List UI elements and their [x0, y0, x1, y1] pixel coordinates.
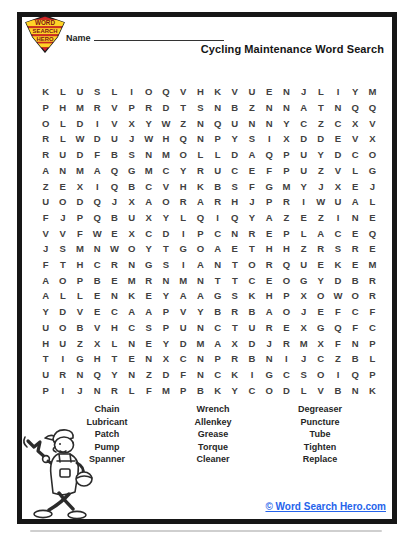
grid-cell-r18c12: R	[226, 351, 243, 367]
grid-cell-r9c15: Z	[278, 210, 295, 226]
grid-cell-r12c16: U	[295, 257, 312, 273]
word-list-item: Allenkey	[153, 416, 273, 429]
word-list-item: Chain	[47, 403, 167, 416]
grid-cell-r5c19: C	[347, 147, 364, 163]
grid-cell-r9c13: Y	[243, 210, 260, 226]
grid-cell-r16c20: C	[364, 319, 381, 335]
word-list-column-3: DegreaserPunctureTubeTightenReplace	[260, 403, 380, 466]
grid-cell-r13c1: A	[37, 272, 54, 288]
grid-cell-r13c17: Y	[312, 272, 329, 288]
grid-cell-r12c3: H	[71, 257, 88, 273]
grid-cell-r9c4: Q	[89, 210, 106, 226]
grid-cell-r13c2: O	[54, 272, 71, 288]
grid-cell-r12c11: N	[209, 257, 226, 273]
grid-cell-r1c3: U	[71, 84, 88, 100]
grid-cell-r13c16: G	[295, 272, 312, 288]
grid-cell-r14c15: P	[278, 288, 295, 304]
grid-cell-r10c5: E	[106, 225, 123, 241]
grid-cell-r16c14: R	[261, 319, 278, 335]
grid-cell-r6c5: Q	[106, 162, 123, 178]
grid-cell-r3c19: X	[347, 115, 364, 131]
grid-cell-r13c7: R	[140, 272, 157, 288]
grid-cell-r4c15: X	[278, 131, 295, 147]
grid-cell-r5c20: O	[364, 147, 381, 163]
grid-cell-r12c5: R	[106, 257, 123, 273]
grid-cell-r19c11: C	[209, 367, 226, 383]
grid-cell-r18c15: I	[278, 351, 295, 367]
grid-cell-r2c10: S	[192, 100, 209, 116]
grid-cell-r18c5: T	[106, 351, 123, 367]
grid-cell-r20c20: K	[364, 382, 381, 398]
grid-cell-r7c20: J	[364, 178, 381, 194]
grid-cell-r10c4: W	[89, 225, 106, 241]
grid-cell-r19c15: C	[278, 367, 295, 383]
grid-cell-r19c13: I	[243, 367, 260, 383]
grid-cell-r16c6: C	[123, 319, 140, 335]
grid-cell-r19c8: D	[157, 367, 174, 383]
grid-cell-r9c19: N	[347, 210, 364, 226]
grid-cell-r13c18: D	[329, 272, 346, 288]
grid-cell-r8c2: O	[54, 194, 71, 210]
grid-cell-r9c10: Q	[192, 210, 209, 226]
word-list-column-2: WrenchAllenkeyGreaseTorqueCleaner	[153, 403, 273, 466]
grid-cell-r17c8: Y	[157, 335, 174, 351]
grid-cell-r14c2: L	[54, 288, 71, 304]
grid-cell-r18c8: X	[157, 351, 174, 367]
grid-cell-r17c15: R	[278, 335, 295, 351]
grid-cell-r7c8: V	[157, 178, 174, 194]
grid-cell-r18c6: E	[123, 351, 140, 367]
grid-cell-r12c8: S	[157, 257, 174, 273]
grid-cell-r2c15: N	[278, 100, 295, 116]
grid-cell-r17c16: M	[295, 335, 312, 351]
grid-cell-r18c20: L	[364, 351, 381, 367]
grid-cell-r10c14: E	[261, 225, 278, 241]
word-list-item: Degreaser	[260, 403, 380, 416]
grid-cell-r2c12: B	[226, 100, 243, 116]
grid-cell-r18c3: G	[71, 351, 88, 367]
grid-cell-r17c1: H	[37, 335, 54, 351]
grid-cell-r5c13: A	[243, 147, 260, 163]
grid-cell-r1c9: V	[175, 84, 192, 100]
grid-cell-r20c9: P	[175, 382, 192, 398]
grid-cell-r8c13: J	[243, 194, 260, 210]
grid-cell-r15c15: O	[278, 304, 295, 320]
word-list-item: Tube	[260, 428, 380, 441]
grid-cell-r20c6: L	[123, 382, 140, 398]
grid-cell-r5c17: Y	[312, 147, 329, 163]
grid-cell-r13c15: O	[278, 272, 295, 288]
grid-cell-r17c17: X	[312, 335, 329, 351]
grid-cell-r13c13: C	[243, 272, 260, 288]
grid-cell-r20c12: Y	[226, 382, 243, 398]
word-search-hero-logo: WORD SEARCH HERO	[24, 15, 66, 53]
grid-cell-r6c8: C	[157, 162, 174, 178]
grid-cell-r15c7: A	[140, 304, 157, 320]
grid-cell-r4c6: J	[123, 131, 140, 147]
logo-text-word: WORD	[35, 19, 55, 26]
grid-cell-r6c3: M	[71, 162, 88, 178]
grid-cell-r20c14: O	[261, 382, 278, 398]
grid-cell-r7c3: X	[71, 178, 88, 194]
grid-cell-r5c18: D	[329, 147, 346, 163]
grid-cell-r3c5: V	[106, 115, 123, 131]
grid-cell-r3c1: O	[37, 115, 54, 131]
grid-cell-r13c10: N	[192, 272, 209, 288]
grid-cell-r14c13: K	[243, 288, 260, 304]
grid-cell-r17c2: U	[54, 335, 71, 351]
grid-cell-r19c7: Z	[140, 367, 157, 383]
grid-cell-r6c4: A	[89, 162, 106, 178]
grid-cell-r1c12: V	[226, 84, 243, 100]
grid-cell-r7c17: J	[312, 178, 329, 194]
grid-cell-r10c15: P	[278, 225, 295, 241]
grid-cell-r19c4: Q	[89, 367, 106, 383]
grid-cell-r1c18: I	[329, 84, 346, 100]
grid-cell-r9c7: X	[140, 210, 157, 226]
grid-cell-r3c4: I	[89, 115, 106, 131]
grid-cell-r15c5: C	[106, 304, 123, 320]
grid-cell-r10c6: X	[123, 225, 140, 241]
grid-cell-r5c4: F	[89, 147, 106, 163]
grid-cell-r8c17: W	[312, 194, 329, 210]
grid-cell-r4c16: D	[295, 131, 312, 147]
grid-cell-r17c13: D	[243, 335, 260, 351]
grid-cell-r17c9: D	[175, 335, 192, 351]
grid-cell-r14c16: X	[295, 288, 312, 304]
grid-cell-r15c16: J	[295, 304, 312, 320]
grid-cell-r14c3: L	[71, 288, 88, 304]
grid-cell-r8c16: I	[295, 194, 312, 210]
grid-cell-r15c9: V	[175, 304, 192, 320]
grid-cell-r17c4: X	[89, 335, 106, 351]
grid-cell-r10c9: I	[175, 225, 192, 241]
grid-cell-r14c14: H	[261, 288, 278, 304]
grid-cell-r14c4: E	[89, 288, 106, 304]
grid-cell-r16c2: O	[54, 319, 71, 335]
grid-cell-r14c10: A	[192, 288, 209, 304]
grid-cell-r11c18: S	[329, 241, 346, 257]
grid-cell-r10c1: V	[37, 225, 54, 241]
grid-cell-r2c9: T	[175, 100, 192, 116]
grid-cell-r14c12: S	[226, 288, 243, 304]
grid-cell-r18c2: I	[54, 351, 71, 367]
grid-cell-r1c5: L	[106, 84, 123, 100]
grid-cell-r3c2: L	[54, 115, 71, 131]
grid-cell-r2c16: A	[295, 100, 312, 116]
grid-cell-r18c18: Z	[329, 351, 346, 367]
grid-cell-r5c7: N	[140, 147, 157, 163]
word-list-item: Torque	[153, 441, 273, 454]
grid-cell-r20c10: B	[192, 382, 209, 398]
grid-cell-r8c19: A	[347, 194, 364, 210]
grid-cell-r10c16: L	[295, 225, 312, 241]
grid-cell-r4c4: D	[89, 131, 106, 147]
word-list-item: Cleaner	[153, 453, 273, 466]
grid-cell-r20c8: M	[157, 382, 174, 398]
grid-cell-r14c20: R	[364, 288, 381, 304]
grid-cell-r7c15: M	[278, 178, 295, 194]
grid-cell-r7c6: B	[123, 178, 140, 194]
grid-cell-r18c10: N	[192, 351, 209, 367]
grid-cell-r6c12: C	[226, 162, 243, 178]
grid-cell-r20c18: B	[329, 382, 346, 398]
grid-cell-r1c19: Y	[347, 84, 364, 100]
grid-cell-r11c5: W	[106, 241, 123, 257]
letter-grid: KLUSLIOQVHKVUENJLIYMPHMRVPRDTSNBZNNATNQQ…	[37, 84, 381, 398]
grid-cell-r5c6: S	[123, 147, 140, 163]
grid-cell-r15c10: Y	[192, 304, 209, 320]
grid-cell-r6c19: L	[347, 162, 364, 178]
grid-cell-r20c2: I	[54, 382, 71, 398]
grid-cell-r2c7: R	[140, 100, 157, 116]
grid-cell-r3c20: V	[364, 115, 381, 131]
logo-text-search: SEARCH	[33, 28, 58, 34]
grid-cell-r10c8: D	[157, 225, 174, 241]
grid-cell-r18c14: N	[261, 351, 278, 367]
grid-cell-r1c16: J	[295, 84, 312, 100]
grid-cell-r18c13: B	[243, 351, 260, 367]
grid-cell-r7c13: F	[243, 178, 260, 194]
grid-cell-r3c12: U	[226, 115, 243, 131]
grid-cell-r14c11: G	[209, 288, 226, 304]
grid-cell-r18c11: P	[209, 351, 226, 367]
grid-cell-r2c4: R	[89, 100, 106, 116]
grid-cell-r4c1: R	[37, 131, 54, 147]
grid-cell-r11c4: N	[89, 241, 106, 257]
grid-cell-r20c13: C	[243, 382, 260, 398]
grid-cell-r2c11: N	[209, 100, 226, 116]
grid-cell-r8c18: U	[329, 194, 346, 210]
grid-cell-r6c6: G	[123, 162, 140, 178]
grid-cell-r9c17: Z	[312, 210, 329, 226]
grid-cell-r19c2: R	[54, 367, 71, 383]
grid-cell-r6c10: R	[192, 162, 209, 178]
grid-cell-r1c4: S	[89, 84, 106, 100]
grid-cell-r19c10: N	[192, 367, 209, 383]
grid-cell-r1c14: E	[261, 84, 278, 100]
grid-cell-r1c6: I	[123, 84, 140, 100]
grid-cell-r11c8: T	[157, 241, 174, 257]
grid-cell-r3c18: C	[329, 115, 346, 131]
grid-cell-r13c20: R	[364, 272, 381, 288]
grid-cell-r13c6: M	[123, 272, 140, 288]
grid-cell-r9c14: A	[261, 210, 278, 226]
name-blank-line	[94, 31, 224, 41]
grid-cell-r12c12: T	[226, 257, 243, 273]
grid-cell-r8c5: J	[106, 194, 123, 210]
grid-cell-r18c1: T	[37, 351, 54, 367]
grid-cell-r20c19: N	[347, 382, 364, 398]
grid-cell-r15c17: E	[312, 304, 329, 320]
word-list-item: Wrench	[153, 403, 273, 416]
grid-cell-r19c1: U	[37, 367, 54, 383]
logo-text-hero: HERO	[37, 36, 54, 42]
mascot-mechanic-illustration	[19, 421, 107, 525]
grid-cell-r13c5: E	[106, 272, 123, 288]
grid-cell-r3c3: D	[71, 115, 88, 131]
grid-cell-r5c2: U	[54, 147, 71, 163]
grid-cell-r16c18: Q	[329, 319, 346, 335]
grid-cell-r6c1: A	[37, 162, 54, 178]
grid-cell-r19c17: O	[312, 367, 329, 383]
grid-cell-r19c5: Y	[106, 367, 123, 383]
word-list-item: Replace	[260, 453, 380, 466]
grid-cell-r4c10: N	[192, 131, 209, 147]
grid-cell-r11c7: Y	[140, 241, 157, 257]
grid-cell-r6c16: U	[295, 162, 312, 178]
grid-cell-r19c18: I	[329, 367, 346, 383]
grid-cell-r13c14: E	[261, 272, 278, 288]
word-list-item: Tighten	[260, 441, 380, 454]
grid-cell-r17c19: N	[347, 335, 364, 351]
grid-cell-r17c20: P	[364, 335, 381, 351]
grid-cell-r20c15: D	[278, 382, 295, 398]
grid-cell-r11c15: H	[278, 241, 295, 257]
grid-cell-r13c19: B	[347, 272, 364, 288]
grid-cell-r6c7: M	[140, 162, 157, 178]
grid-cell-r19c9: F	[175, 367, 192, 383]
copyright-link[interactable]: © Word Search Hero.com	[265, 501, 386, 512]
grid-cell-r3c11: Q	[209, 115, 226, 131]
grid-cell-r17c3: Z	[71, 335, 88, 351]
grid-cell-r5c14: Q	[261, 147, 278, 163]
grid-cell-r7c2: E	[54, 178, 71, 194]
grid-cell-r19c20: P	[364, 367, 381, 383]
grid-cell-r7c10: K	[192, 178, 209, 194]
grid-cell-r7c16: Y	[295, 178, 312, 194]
grid-cell-r11c20: E	[364, 241, 381, 257]
grid-cell-r3c8: W	[157, 115, 174, 131]
grid-cell-r14c8: Y	[157, 288, 174, 304]
grid-cell-r16c7: S	[140, 319, 157, 335]
grid-cell-r9c3: P	[71, 210, 88, 226]
grid-cell-r7c14: G	[261, 178, 278, 194]
grid-cell-r10c7: C	[140, 225, 157, 241]
grid-cell-r9c1: F	[37, 210, 54, 226]
grid-cell-r2c20: Q	[364, 100, 381, 116]
grid-cell-r1c7: O	[140, 84, 157, 100]
grid-cell-r4c18: E	[329, 131, 346, 147]
grid-cell-r19c6: N	[123, 367, 140, 383]
grid-cell-r12c19: E	[347, 257, 364, 273]
page-shadow-line	[30, 530, 382, 532]
grid-cell-r11c12: E	[226, 241, 243, 257]
grid-cell-r17c10: M	[192, 335, 209, 351]
name-field-row: Name	[66, 31, 224, 43]
grid-cell-r4c2: L	[54, 131, 71, 147]
grid-cell-r5c11: L	[209, 147, 226, 163]
grid-cell-r9c16: E	[295, 210, 312, 226]
grid-cell-r13c4: B	[89, 272, 106, 288]
grid-cell-r2c18: N	[329, 100, 346, 116]
grid-cell-r15c14: A	[261, 304, 278, 320]
grid-cell-r10c13: R	[243, 225, 260, 241]
grid-cell-r12c17: E	[312, 257, 329, 273]
grid-cell-r10c10: P	[192, 225, 209, 241]
grid-cell-r12c7: G	[140, 257, 157, 273]
grid-cell-r20c16: L	[295, 382, 312, 398]
grid-cell-r11c3: M	[71, 241, 88, 257]
grid-cell-r2c13: Z	[243, 100, 260, 116]
grid-cell-r4c13: S	[243, 131, 260, 147]
grid-cell-r6c9: Y	[175, 162, 192, 178]
grid-cell-r10c18: C	[329, 225, 346, 241]
grid-cell-r6c14: F	[261, 162, 278, 178]
grid-cell-r16c19: F	[347, 319, 364, 335]
grid-cell-r18c9: C	[175, 351, 192, 367]
grid-cell-r3c6: X	[123, 115, 140, 131]
grid-cell-r8c1: U	[37, 194, 54, 210]
grid-cell-r3c15: Y	[278, 115, 295, 131]
grid-cell-r16c10: N	[192, 319, 209, 335]
grid-cell-r5c10: L	[192, 147, 209, 163]
grid-cell-r4c3: W	[71, 131, 88, 147]
grid-cell-r14c6: K	[123, 288, 140, 304]
worksheet-page: WORD SEARCH HERO Name Cycling Maintenanc…	[17, 12, 397, 524]
grid-cell-r4c9: Q	[175, 131, 192, 147]
grid-cell-r2c6: P	[123, 100, 140, 116]
grid-cell-r17c11: A	[209, 335, 226, 351]
grid-cell-r3c9: Z	[175, 115, 192, 131]
grid-cell-r16c1: U	[37, 319, 54, 335]
grid-cell-r4c17: D	[312, 131, 329, 147]
grid-cell-r7c1: Z	[37, 178, 54, 194]
grid-cell-r2c19: Q	[347, 100, 364, 116]
grid-cell-r2c8: D	[157, 100, 174, 116]
page-title: Cycling Maintenance Word Search	[201, 43, 384, 55]
grid-cell-r18c16: J	[295, 351, 312, 367]
grid-cell-r16c5: H	[106, 319, 123, 335]
grid-cell-r3c13: N	[243, 115, 260, 131]
grid-cell-r14c18: W	[329, 288, 346, 304]
grid-cell-r1c17: L	[312, 84, 329, 100]
grid-cell-r7c11: B	[209, 178, 226, 194]
grid-cell-r8c10: A	[192, 194, 209, 210]
grid-cell-r11c9: G	[175, 241, 192, 257]
grid-cell-r8c20: L	[364, 194, 381, 210]
grid-cell-r16c9: U	[175, 319, 192, 335]
grid-cell-r9c20: E	[364, 210, 381, 226]
grid-cell-r12c14: R	[261, 257, 278, 273]
grid-cell-r15c1: Y	[37, 304, 54, 320]
grid-cell-r14c9: A	[175, 288, 192, 304]
grid-cell-r19c3: N	[71, 367, 88, 383]
grid-cell-r12c4: C	[89, 257, 106, 273]
grid-cell-r14c7: E	[140, 288, 157, 304]
grid-cell-r5c3: D	[71, 147, 88, 163]
name-label: Name	[66, 33, 91, 43]
grid-cell-r20c1: P	[37, 382, 54, 398]
grid-cell-r4c11: P	[209, 131, 226, 147]
grid-cell-r8c7: A	[140, 194, 157, 210]
grid-cell-r11c10: O	[192, 241, 209, 257]
grid-cell-r8c4: Q	[89, 194, 106, 210]
grid-cell-r12c10: A	[192, 257, 209, 273]
grid-cell-r5c8: M	[157, 147, 174, 163]
grid-cell-r4c20: X	[364, 131, 381, 147]
grid-cell-r5c9: O	[175, 147, 192, 163]
grid-cell-r16c4: V	[89, 319, 106, 335]
grid-cell-r7c12: S	[226, 178, 243, 194]
grid-cell-r7c4: I	[89, 178, 106, 194]
grid-cell-r7c19: E	[347, 178, 364, 194]
grid-cell-r7c9: H	[175, 178, 192, 194]
grid-cell-r2c3: M	[71, 100, 88, 116]
grid-cell-r19c12: K	[226, 367, 243, 383]
grid-cell-r19c19: Q	[347, 367, 364, 383]
grid-cell-r11c13: T	[243, 241, 260, 257]
